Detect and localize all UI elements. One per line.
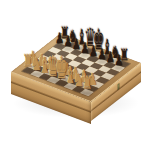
piece-black-pawn-b7: ♟: [64, 34, 73, 49]
chess-set-photo: ♜♞♝♛♚♝♞♜♟♟♟♟♟♟♟♟♟♟♟♟♟♟♟♟♜♞♝♛♚♝♞♜: [0, 0, 150, 150]
pieces-layer: ♜♞♝♛♚♝♞♜♟♟♟♟♟♟♟♟♟♟♟♟♟♟♟♟♜♞♝♛♚♝♞♜: [0, 0, 150, 150]
piece-black-pawn-e7: ♟: [89, 44, 98, 59]
piece-black-pawn-a7: ♟: [55, 31, 64, 46]
piece-black-pawn-f7: ♟: [98, 47, 107, 62]
piece-black-pawn-d7: ♟: [81, 41, 90, 56]
piece-black-pawn-g7: ♟: [106, 50, 115, 65]
piece-black-pawn-h7: ♟: [115, 54, 124, 69]
piece-black-pawn-c7: ♟: [72, 38, 81, 53]
piece-white-rook-h1: ♜: [82, 76, 93, 93]
